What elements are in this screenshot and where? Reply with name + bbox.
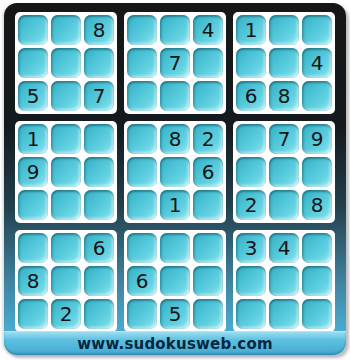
sudoku-cell[interactable] [236, 124, 266, 154]
sudoku-box: 47 [124, 12, 226, 114]
sudoku-cell[interactable] [127, 48, 157, 78]
sudoku-cell[interactable] [160, 233, 190, 263]
sudoku-cell[interactable]: 8 [18, 266, 48, 296]
sudoku-cell[interactable] [302, 233, 332, 263]
sudoku-cell[interactable] [236, 299, 266, 329]
sudoku-cell[interactable]: 7 [160, 48, 190, 78]
sudoku-cell[interactable]: 2 [236, 190, 266, 220]
sudoku-cell[interactable]: 1 [236, 15, 266, 45]
sudoku-cell[interactable] [302, 81, 332, 111]
sudoku-cell[interactable] [193, 299, 223, 329]
sudoku-cell[interactable]: 9 [18, 157, 48, 187]
sudoku-cell[interactable]: 5 [18, 81, 48, 111]
sudoku-cell[interactable]: 8 [302, 190, 332, 220]
sudoku-cell[interactable] [160, 15, 190, 45]
sudoku-cell[interactable] [236, 266, 266, 296]
sudoku-cell[interactable] [18, 233, 48, 263]
sudoku-cell[interactable] [127, 15, 157, 45]
sudoku-cell[interactable] [269, 157, 299, 187]
sudoku-cell[interactable]: 7 [84, 81, 114, 111]
sudoku-cell[interactable] [193, 81, 223, 111]
sudoku-grid: 85747146819826179286826534 [15, 12, 335, 332]
sudoku-box: 65 [124, 230, 226, 332]
sudoku-box: 682 [15, 230, 117, 332]
sudoku-cell[interactable] [51, 157, 81, 187]
sudoku-cell[interactable]: 6 [193, 157, 223, 187]
sudoku-cell[interactable]: 4 [302, 48, 332, 78]
sudoku-cell[interactable] [51, 266, 81, 296]
sudoku-cell[interactable]: 5 [160, 299, 190, 329]
sudoku-cell[interactable] [193, 190, 223, 220]
sudoku-cell[interactable] [236, 48, 266, 78]
sudoku-cell[interactable]: 1 [160, 190, 190, 220]
sudoku-cell[interactable] [236, 157, 266, 187]
sudoku-cell[interactable]: 6 [84, 233, 114, 263]
sudoku-cell[interactable] [84, 299, 114, 329]
sudoku-cell[interactable] [302, 299, 332, 329]
sudoku-cell[interactable] [269, 299, 299, 329]
sudoku-cell[interactable] [18, 299, 48, 329]
sudoku-cell[interactable]: 2 [51, 299, 81, 329]
sudoku-cell[interactable]: 3 [236, 233, 266, 263]
sudoku-cell[interactable] [127, 190, 157, 220]
sudoku-cell[interactable] [302, 266, 332, 296]
sudoku-cell[interactable] [193, 233, 223, 263]
sudoku-cell[interactable]: 9 [302, 124, 332, 154]
sudoku-box: 8261 [124, 121, 226, 223]
sudoku-cell[interactable] [51, 81, 81, 111]
sudoku-cell[interactable] [127, 81, 157, 111]
sudoku-cell[interactable]: 7 [269, 124, 299, 154]
sudoku-cell[interactable] [269, 266, 299, 296]
sudoku-cell[interactable] [127, 124, 157, 154]
sudoku-cell[interactable] [51, 48, 81, 78]
sudoku-box: 34 [233, 230, 335, 332]
sudoku-cell[interactable] [269, 15, 299, 45]
sudoku-cell[interactable] [18, 15, 48, 45]
sudoku-cell[interactable] [84, 157, 114, 187]
sudoku-cell[interactable] [84, 48, 114, 78]
sudoku-cell[interactable] [269, 190, 299, 220]
sudoku-cell[interactable] [193, 266, 223, 296]
sudoku-cell[interactable] [127, 299, 157, 329]
sudoku-cell[interactable]: 4 [193, 15, 223, 45]
sudoku-cell[interactable] [84, 124, 114, 154]
sudoku-cell[interactable]: 6 [236, 81, 266, 111]
sudoku-cell[interactable]: 8 [269, 81, 299, 111]
sudoku-cell[interactable] [51, 190, 81, 220]
sudoku-cell[interactable] [18, 190, 48, 220]
sudoku-cell[interactable] [160, 266, 190, 296]
sudoku-cell[interactable] [84, 266, 114, 296]
sudoku-cell[interactable] [160, 81, 190, 111]
sudoku-box: 1468 [233, 12, 335, 114]
sudoku-cell[interactable]: 8 [160, 124, 190, 154]
sudoku-box: 7928 [233, 121, 335, 223]
sudoku-cell[interactable] [302, 157, 332, 187]
sudoku-board: 85747146819826179286826534 www.sudokuswe… [4, 3, 346, 355]
sudoku-cell[interactable] [193, 48, 223, 78]
sudoku-cell[interactable]: 1 [18, 124, 48, 154]
sudoku-box: 19 [15, 121, 117, 223]
sudoku-cell[interactable] [127, 157, 157, 187]
site-url[interactable]: www.sudokusweb.com [4, 331, 346, 355]
sudoku-cell[interactable] [302, 15, 332, 45]
sudoku-cell[interactable]: 2 [193, 124, 223, 154]
sudoku-cell[interactable] [127, 233, 157, 263]
sudoku-cell[interactable]: 8 [84, 15, 114, 45]
sudoku-cell[interactable] [51, 124, 81, 154]
sudoku-cell[interactable]: 4 [269, 233, 299, 263]
sudoku-cell[interactable] [51, 233, 81, 263]
sudoku-cell[interactable]: 6 [127, 266, 157, 296]
sudoku-cell[interactable] [84, 190, 114, 220]
sudoku-cell[interactable] [51, 15, 81, 45]
sudoku-cell[interactable] [160, 157, 190, 187]
sudoku-box: 857 [15, 12, 117, 114]
sudoku-cell[interactable] [18, 48, 48, 78]
sudoku-cell[interactable] [269, 48, 299, 78]
